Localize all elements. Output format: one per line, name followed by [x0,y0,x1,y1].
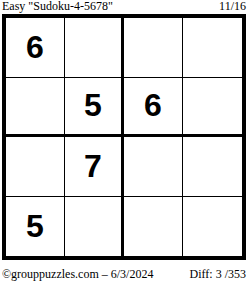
cell-r2c1[interactable] [6,78,65,138]
cell-r4c1: 5 [6,197,65,257]
page-number: 11/16 [219,0,246,13]
cell-r3c1[interactable] [6,137,65,197]
cell-r4c4[interactable] [183,197,242,257]
copyright-text: ©grouppuzzles.com – 6/3/2024 [2,268,153,281]
cell-r4c3[interactable] [124,197,183,257]
cell-r3c2: 7 [65,137,124,197]
cell-r2c4[interactable] [183,78,242,138]
cell-r1c3[interactable] [124,18,183,78]
sudoku-board: 6 5 6 7 5 [2,14,246,260]
cell-r1c1: 6 [6,18,65,78]
cell-r3c4[interactable] [183,137,242,197]
difficulty-text: Diff: 3 /353 [190,268,246,281]
cell-r4c2[interactable] [65,197,124,257]
cell-r3c3[interactable] [124,137,183,197]
puzzle-page: Easy "Sudoku-4-5678" 11/16 6 5 6 7 5 ©gr… [0,0,248,281]
cell-r1c4[interactable] [183,18,242,78]
cell-r2c2: 5 [65,78,124,138]
cell-r2c3: 6 [124,78,183,138]
footer: ©grouppuzzles.com – 6/3/2024 Diff: 3 /35… [2,268,246,281]
cell-r1c2[interactable] [65,18,124,78]
header: Easy "Sudoku-4-5678" 11/16 [2,0,246,13]
puzzle-title: Easy "Sudoku-4-5678" [2,0,113,13]
